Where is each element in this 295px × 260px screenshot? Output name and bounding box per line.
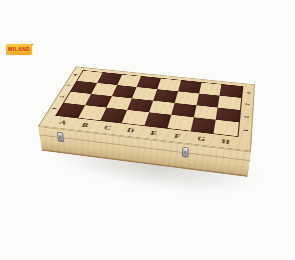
square-g1 (190, 117, 216, 133)
board-grid (57, 71, 243, 137)
rank-label-right-2: 2 (242, 115, 249, 118)
file-label-a: A (58, 119, 68, 125)
square-g3 (196, 93, 220, 107)
file-label-g: G (197, 135, 206, 142)
rank-label-right-4: 4 (245, 91, 252, 93)
chess-box: ABCDEFGH 4321 4321 (38, 67, 255, 152)
square-c2 (106, 96, 132, 110)
square-h1 (214, 120, 239, 136)
latch-right-icon (181, 147, 188, 158)
square-d1 (122, 110, 149, 125)
brand-logo-text: MILAND (8, 47, 30, 52)
latch-left-icon (57, 132, 64, 143)
file-label-b: B (81, 122, 90, 128)
square-e1 (144, 112, 171, 128)
square-f1 (167, 115, 193, 131)
rank-label-left-1: 1 (51, 107, 59, 110)
rank-label-left-4: 4 (72, 74, 79, 76)
rank-label-right-1: 1 (241, 129, 249, 132)
square-b2 (85, 94, 112, 108)
square-b1 (78, 105, 106, 120)
rank-label-right-3: 3 (244, 103, 251, 106)
square-e2 (149, 100, 175, 115)
file-label-c: C (103, 124, 112, 130)
square-h3 (218, 96, 241, 110)
board-frame (55, 70, 243, 137)
square-h2 (216, 107, 240, 122)
rank-label-left-3: 3 (66, 84, 73, 86)
square-d2 (127, 98, 153, 112)
file-label-h: H (221, 138, 230, 145)
file-label-e: E (150, 130, 158, 137)
rank-label-left-2: 2 (58, 95, 66, 98)
square-g2 (193, 105, 218, 120)
brand-logo: MILAND + (6, 44, 32, 55)
file-label-d: D (126, 127, 135, 134)
brand-logo-mark-icon: + (30, 41, 34, 47)
product-photo-canvas: MILAND + ABCDEFGH 4321 4321 (0, 0, 295, 260)
file-label-f: F (174, 133, 181, 140)
square-a1 (57, 103, 85, 118)
square-f2 (171, 103, 196, 118)
square-c1 (100, 108, 127, 123)
